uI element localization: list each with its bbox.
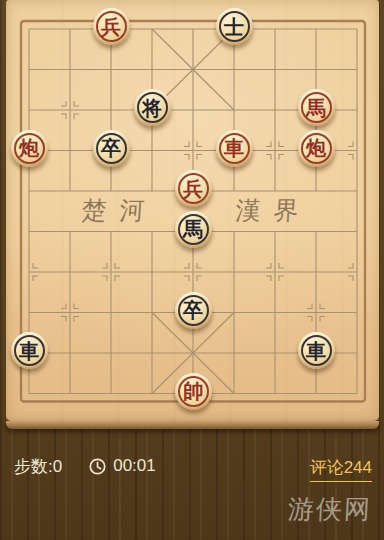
piece-glyph: 兵 — [183, 179, 203, 199]
comments-link[interactable]: 评论244 — [310, 456, 372, 482]
piece-red-horse[interactable]: 馬 — [298, 89, 335, 126]
piece-glyph: 車 — [19, 341, 39, 361]
piece-red-chariot[interactable]: 車 — [216, 130, 253, 167]
timer-value: 00:01 — [113, 456, 156, 476]
piece-red-cannon[interactable]: 炮 — [11, 130, 48, 167]
piece-black-chariot[interactable]: 車 — [298, 332, 335, 369]
watermark: 游侠网 — [287, 492, 373, 527]
status-bar: 步数:0 00:01 — [14, 452, 156, 480]
board-bottom-edge — [6, 421, 379, 429]
piece-glyph: 帥 — [183, 381, 203, 401]
piece-glyph: 卒 — [183, 300, 203, 320]
timer-group: 00:01 — [88, 456, 156, 476]
piece-glyph: 将 — [142, 98, 162, 118]
clock-icon — [88, 457, 107, 476]
piece-red-soldier[interactable]: 兵 — [175, 170, 212, 207]
xiangqi-board[interactable]: 楚河 漢界 兵士将馬炮卒車炮兵馬卒車車帥 — [6, 0, 379, 421]
piece-red-general[interactable]: 帥 — [175, 373, 212, 410]
piece-black-soldier[interactable]: 卒 — [175, 292, 212, 329]
piece-glyph: 馬 — [306, 98, 326, 118]
piece-glyph: 馬 — [183, 219, 203, 239]
piece-red-cannon[interactable]: 炮 — [298, 130, 335, 167]
piece-glyph: 兵 — [101, 17, 121, 37]
piece-glyph: 車 — [224, 138, 244, 158]
move-counter: 步数:0 — [14, 455, 62, 478]
piece-black-soldier[interactable]: 卒 — [93, 130, 130, 167]
piece-black-general[interactable]: 将 — [134, 89, 171, 126]
piece-black-advisor[interactable]: 士 — [216, 8, 253, 45]
piece-black-horse[interactable]: 馬 — [175, 211, 212, 248]
piece-glyph: 炮 — [19, 138, 39, 158]
piece-red-soldier[interactable]: 兵 — [93, 8, 130, 45]
piece-glyph: 卒 — [101, 138, 121, 158]
piece-glyph: 士 — [224, 17, 244, 37]
piece-black-chariot[interactable]: 車 — [11, 332, 48, 369]
xiangqi-app-screen: 楚河 漢界 兵士将馬炮卒車炮兵馬卒車車帥 步数:0 00:01 评论244 游侠… — [0, 0, 384, 540]
piece-glyph: 車 — [306, 341, 326, 361]
piece-glyph: 炮 — [306, 138, 326, 158]
